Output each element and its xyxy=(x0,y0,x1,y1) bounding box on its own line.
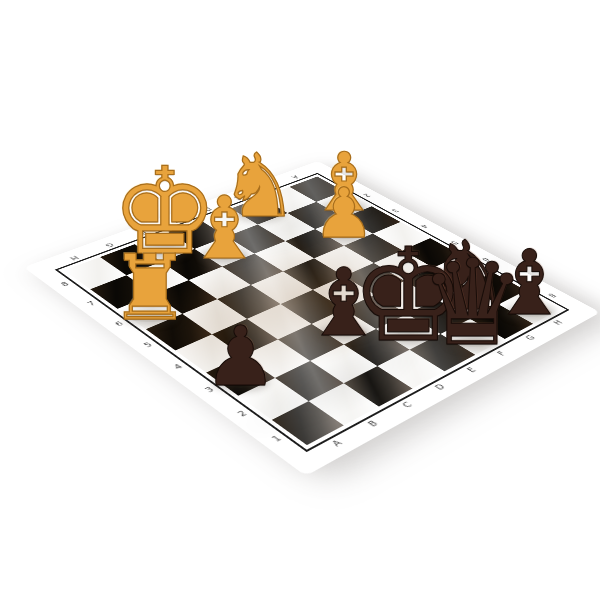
piece-white-rook-a6[interactable]: ♜ xyxy=(105,243,196,334)
file-label-a-near: A xyxy=(330,439,344,448)
file-label-b-near: B xyxy=(366,420,380,429)
rank-label-3-far: 3 xyxy=(390,208,400,213)
file-label-h-far: H xyxy=(68,255,80,261)
piece-black-pawn-a3[interactable]: ♟ xyxy=(199,315,282,398)
photo-scene: AABBCCDDEEFFGGHH1122334455667788 ♚♞♝♝♜♟♟… xyxy=(0,0,600,600)
file-label-d-near: D xyxy=(433,383,447,391)
rank-label-7-near: 7 xyxy=(86,300,97,307)
rank-label-2-near: 2 xyxy=(236,410,249,418)
rank-label-8-near: 8 xyxy=(59,281,70,287)
file-label-c-near: C xyxy=(401,401,414,409)
rank-label-4-near: 4 xyxy=(172,363,184,371)
rank-label-1-near: 1 xyxy=(270,435,283,444)
piece-black-queen-f1[interactable]: ♛ xyxy=(413,244,532,363)
rank-label-5-near: 5 xyxy=(142,341,154,348)
